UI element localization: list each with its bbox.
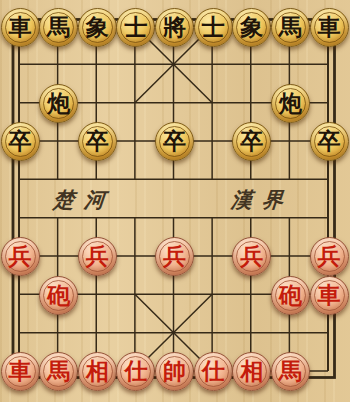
piece-black-advisor[interactable]: 士 xyxy=(116,8,155,47)
piece-glyph: 仕 xyxy=(202,360,225,383)
piece-glyph: 砲 xyxy=(47,284,70,307)
piece-red-cannon[interactable]: 砲 xyxy=(39,276,78,315)
piece-glyph: 兵 xyxy=(9,245,32,268)
piece-black-chariot[interactable]: 車 xyxy=(310,8,349,47)
xiangqi-board[interactable]: 楚河 漢界 車馬象士將士象馬車炮炮卒卒卒卒卒兵兵兵兵兵砲砲車車馬相仕帥仕相馬 xyxy=(0,0,350,402)
piece-red-chariot[interactable]: 車 xyxy=(310,276,349,315)
piece-glyph: 車 xyxy=(318,16,341,39)
piece-red-elephant[interactable]: 相 xyxy=(78,352,117,391)
piece-glyph: 相 xyxy=(86,360,109,383)
piece-glyph: 炮 xyxy=(279,92,302,115)
piece-glyph: 炮 xyxy=(47,92,70,115)
river-label-han-jie: 漢界 xyxy=(213,186,311,214)
piece-glyph: 馬 xyxy=(279,16,302,39)
piece-glyph: 車 xyxy=(9,16,32,39)
piece-glyph: 馬 xyxy=(47,16,70,39)
piece-black-elephant[interactable]: 象 xyxy=(78,8,117,47)
piece-glyph: 兵 xyxy=(86,245,109,268)
piece-red-soldier[interactable]: 兵 xyxy=(78,237,117,276)
piece-black-soldier[interactable]: 卒 xyxy=(310,122,349,161)
piece-black-elephant[interactable]: 象 xyxy=(232,8,271,47)
piece-glyph: 車 xyxy=(318,284,341,307)
piece-glyph: 兵 xyxy=(318,245,341,268)
piece-glyph: 象 xyxy=(240,16,263,39)
piece-glyph: 卒 xyxy=(163,130,186,153)
piece-glyph: 士 xyxy=(202,16,225,39)
piece-glyph: 馬 xyxy=(47,360,70,383)
piece-glyph: 砲 xyxy=(279,284,302,307)
piece-glyph: 車 xyxy=(9,360,32,383)
piece-black-horse[interactable]: 馬 xyxy=(271,8,310,47)
piece-glyph: 馬 xyxy=(279,360,302,383)
piece-black-chariot[interactable]: 車 xyxy=(1,8,40,47)
piece-black-soldier[interactable]: 卒 xyxy=(1,122,40,161)
piece-red-soldier[interactable]: 兵 xyxy=(1,237,40,276)
piece-glyph: 兵 xyxy=(163,245,186,268)
piece-black-horse[interactable]: 馬 xyxy=(39,8,78,47)
piece-black-soldier[interactable]: 卒 xyxy=(78,122,117,161)
piece-glyph: 將 xyxy=(163,16,186,39)
piece-black-advisor[interactable]: 士 xyxy=(194,8,233,47)
piece-black-cannon[interactable]: 炮 xyxy=(271,84,310,123)
piece-black-cannon[interactable]: 炮 xyxy=(39,84,78,123)
piece-glyph: 卒 xyxy=(240,130,263,153)
piece-glyph: 卒 xyxy=(318,130,341,153)
piece-glyph: 兵 xyxy=(240,245,263,268)
piece-glyph: 相 xyxy=(240,360,263,383)
piece-glyph: 士 xyxy=(124,16,147,39)
piece-glyph: 象 xyxy=(86,16,109,39)
piece-red-soldier[interactable]: 兵 xyxy=(310,237,349,276)
river-label-chu-he: 楚河 xyxy=(35,186,133,214)
piece-glyph: 仕 xyxy=(124,360,147,383)
piece-glyph: 帥 xyxy=(163,360,186,383)
piece-red-cannon[interactable]: 砲 xyxy=(271,276,310,315)
piece-red-chariot[interactable]: 車 xyxy=(1,352,40,391)
piece-red-advisor[interactable]: 仕 xyxy=(194,352,233,391)
piece-black-general[interactable]: 將 xyxy=(155,8,194,47)
piece-glyph: 卒 xyxy=(9,130,32,153)
piece-glyph: 卒 xyxy=(86,130,109,153)
